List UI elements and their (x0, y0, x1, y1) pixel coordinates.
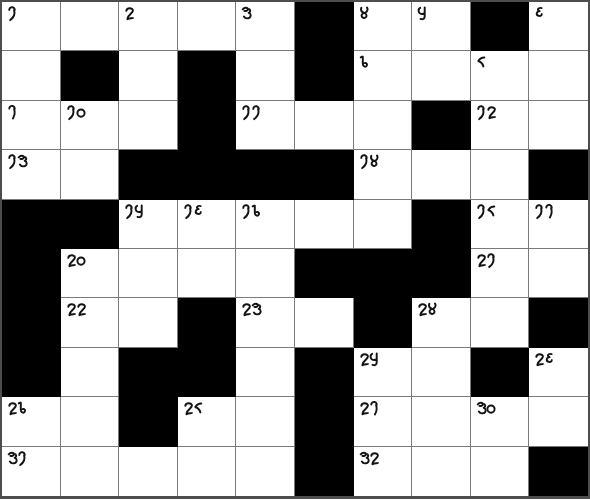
cell-r6c5[interactable] (236, 249, 295, 298)
devanagari-digit-5 (368, 351, 380, 368)
cell-r8c8[interactable] (412, 348, 471, 397)
block-cell-r3c4 (178, 101, 237, 150)
devanagari-digit-1 (250, 104, 262, 121)
devanagari-digit-3 (240, 5, 252, 22)
devanagari-digit-2 (123, 5, 135, 22)
devanagari-digit-7 (250, 203, 262, 220)
cell-r5c5[interactable] (236, 200, 295, 249)
clue-number-32 (358, 450, 380, 467)
devanagari-digit-3 (16, 153, 28, 170)
devanagari-digit-2 (368, 450, 380, 467)
devanagari-digit-4 (358, 5, 370, 22)
devanagari-digit-7 (16, 400, 28, 417)
devanagari-digit-6 (543, 351, 555, 368)
block-cell-r6c7 (354, 249, 413, 298)
crossword-page (0, 0, 590, 500)
block-cell-r1c6 (295, 2, 354, 51)
devanagari-digit-5 (133, 203, 145, 220)
devanagari-digit-8 (485, 203, 497, 220)
block-cell-r6c6 (295, 249, 354, 298)
block-cell-r3c8 (412, 101, 471, 150)
clue-number-3 (240, 5, 252, 22)
block-cell-r5c2 (61, 200, 120, 249)
devanagari-digit-1 (16, 450, 28, 467)
clue-number-8 (475, 54, 487, 71)
block-cell-r6c8 (412, 249, 471, 298)
clue-number-12 (475, 104, 497, 121)
cell-r1c1[interactable] (2, 2, 61, 51)
devanagari-digit-4 (426, 301, 438, 318)
cell-r1c4[interactable] (178, 2, 237, 51)
clue-number-11 (240, 104, 262, 121)
cell-r7c9[interactable] (471, 298, 530, 347)
clue-number-24 (416, 301, 438, 318)
devanagari-digit-0 (485, 400, 497, 417)
cell-r3c6[interactable] (295, 101, 354, 150)
block-cell-r9c3 (119, 397, 178, 446)
clue-number-7 (358, 54, 370, 71)
block-cell-r8c6 (295, 348, 354, 397)
block-cell-r4c3 (119, 150, 178, 199)
cell-r10c8[interactable] (412, 447, 471, 496)
cell-r7c8[interactable] (412, 298, 471, 347)
clue-number-14 (358, 153, 380, 170)
clue-number-30 (475, 400, 497, 417)
cell-r3c5[interactable] (236, 101, 295, 150)
clue-number-2 (123, 5, 135, 22)
block-cell-r5c8 (412, 200, 471, 249)
cell-r2c8[interactable] (412, 51, 471, 100)
cell-r2c9[interactable] (471, 51, 530, 100)
cell-r9c8[interactable] (412, 397, 471, 446)
clue-number-13 (6, 153, 28, 170)
devanagari-digit-2 (75, 301, 87, 318)
cell-r2c7[interactable] (354, 51, 413, 100)
cell-r10c5[interactable] (236, 447, 295, 496)
cell-r10c3[interactable] (119, 447, 178, 496)
devanagari-digit-0 (75, 252, 87, 269)
block-cell-r2c4 (178, 51, 237, 100)
cell-r4c2[interactable] (61, 150, 120, 199)
cell-r9c2[interactable] (61, 397, 120, 446)
cell-r2c5[interactable] (236, 51, 295, 100)
block-cell-r8c4 (178, 348, 237, 397)
block-cell-r7c4 (178, 298, 237, 347)
cell-r3c3[interactable] (119, 101, 178, 150)
cell-r2c10[interactable] (529, 51, 588, 100)
clue-number-31 (6, 450, 28, 467)
cell-r1c8[interactable] (412, 2, 471, 51)
cell-r3c1[interactable] (2, 101, 61, 150)
cell-r10c2[interactable] (61, 447, 120, 496)
cell-r5c3[interactable] (119, 200, 178, 249)
cell-r10c9[interactable] (471, 447, 530, 496)
block-cell-r10c6 (295, 447, 354, 496)
block-cell-r9c6 (295, 397, 354, 446)
cell-r4c7[interactable] (354, 150, 413, 199)
cell-r6c9[interactable] (471, 249, 530, 298)
devanagari-digit-8 (192, 400, 204, 417)
devanagari-digit-9 (543, 203, 555, 220)
cell-r6c3[interactable] (119, 249, 178, 298)
clue-number-16 (182, 203, 204, 220)
cell-r1c2[interactable] (61, 2, 120, 51)
clue-number-26 (533, 351, 555, 368)
cell-r6c2[interactable] (61, 249, 120, 298)
clue-number-4 (358, 5, 370, 22)
devanagari-digit-8 (475, 54, 487, 71)
block-cell-r8c1 (2, 348, 61, 397)
devanagari-digit-9 (368, 400, 380, 417)
cell-r10c4[interactable] (178, 447, 237, 496)
block-cell-r7c7 (354, 298, 413, 347)
cell-r4c9[interactable] (471, 150, 530, 199)
block-cell-r4c10 (529, 150, 588, 199)
cell-r2c3[interactable] (119, 51, 178, 100)
devanagari-digit-6 (533, 5, 545, 22)
block-cell-r8c9 (471, 348, 530, 397)
cell-r2c1[interactable] (2, 51, 61, 100)
block-cell-r4c6 (295, 150, 354, 199)
block-cell-r5c1 (2, 200, 61, 249)
clue-number-15 (123, 203, 145, 220)
cell-r8c10[interactable] (529, 348, 588, 397)
cell-r9c5[interactable] (236, 397, 295, 446)
devanagari-digit-4 (368, 153, 380, 170)
cell-r4c8[interactable] (412, 150, 471, 199)
clue-number-5 (416, 5, 428, 22)
clue-number-21 (475, 252, 497, 269)
crossword-board (0, 0, 590, 499)
devanagari-digit-9 (6, 104, 18, 121)
cell-r9c7[interactable] (354, 397, 413, 446)
block-cell-r4c5 (236, 150, 295, 199)
cell-r8c7[interactable] (354, 348, 413, 397)
cell-r3c2[interactable] (61, 101, 120, 150)
block-cell-r4c4 (178, 150, 237, 199)
cell-r7c6[interactable] (295, 298, 354, 347)
block-cell-r7c10 (529, 298, 588, 347)
devanagari-digit-0 (75, 104, 87, 121)
cell-r1c10[interactable] (529, 2, 588, 51)
clue-number-1 (6, 5, 18, 22)
cell-r3c9[interactable] (471, 101, 530, 150)
clue-number-25 (358, 351, 380, 368)
clue-number-28 (182, 400, 204, 417)
block-cell-r2c2 (61, 51, 120, 100)
cell-r3c10[interactable] (529, 101, 588, 150)
cell-r5c10[interactable] (529, 200, 588, 249)
devanagari-digit-6 (192, 203, 204, 220)
cell-r7c5[interactable] (236, 298, 295, 347)
block-cell-r1c9 (471, 2, 530, 51)
cell-r7c3[interactable] (119, 298, 178, 347)
clue-number-17 (240, 203, 262, 220)
cell-r8c2[interactable] (61, 348, 120, 397)
cell-r10c1[interactable] (2, 447, 61, 496)
block-cell-r2c6 (295, 51, 354, 100)
cell-r3c7[interactable] (354, 101, 413, 150)
cell-r8c5[interactable] (236, 348, 295, 397)
clue-number-9 (6, 104, 18, 121)
cell-r5c9[interactable] (471, 200, 530, 249)
clue-number-10 (65, 104, 87, 121)
cell-r9c10[interactable] (529, 397, 588, 446)
cell-r1c3[interactable] (119, 2, 178, 51)
cell-r7c2[interactable] (61, 298, 120, 347)
devanagari-digit-3 (250, 301, 262, 318)
devanagari-digit-1 (6, 5, 18, 22)
cell-r1c7[interactable] (354, 2, 413, 51)
cell-r5c4[interactable] (178, 200, 237, 249)
block-cell-r8c3 (119, 348, 178, 397)
devanagari-digit-1 (485, 252, 497, 269)
cell-r9c1[interactable] (2, 397, 61, 446)
block-cell-r6c1 (2, 249, 61, 298)
clue-number-18 (475, 203, 497, 220)
cell-r9c4[interactable] (178, 397, 237, 446)
clue-number-6 (533, 5, 545, 22)
clue-number-19 (533, 203, 555, 220)
clue-number-22 (65, 301, 87, 318)
block-cell-r10c10 (529, 447, 588, 496)
devanagari-digit-2 (485, 104, 497, 121)
devanagari-digit-7 (358, 54, 370, 71)
cell-r5c6[interactable] (295, 200, 354, 249)
cell-r6c4[interactable] (178, 249, 237, 298)
devanagari-digit-5 (416, 5, 428, 22)
cell-r10c7[interactable] (354, 447, 413, 496)
cell-r6c10[interactable] (529, 249, 588, 298)
cell-r1c5[interactable] (236, 2, 295, 51)
cell-r5c7[interactable] (354, 200, 413, 249)
cell-r9c9[interactable] (471, 397, 530, 446)
clue-number-29 (358, 400, 380, 417)
clue-number-23 (240, 301, 262, 318)
clue-number-20 (65, 252, 87, 269)
clue-number-27 (6, 400, 28, 417)
cell-r4c1[interactable] (2, 150, 61, 199)
block-cell-r7c1 (2, 298, 61, 347)
